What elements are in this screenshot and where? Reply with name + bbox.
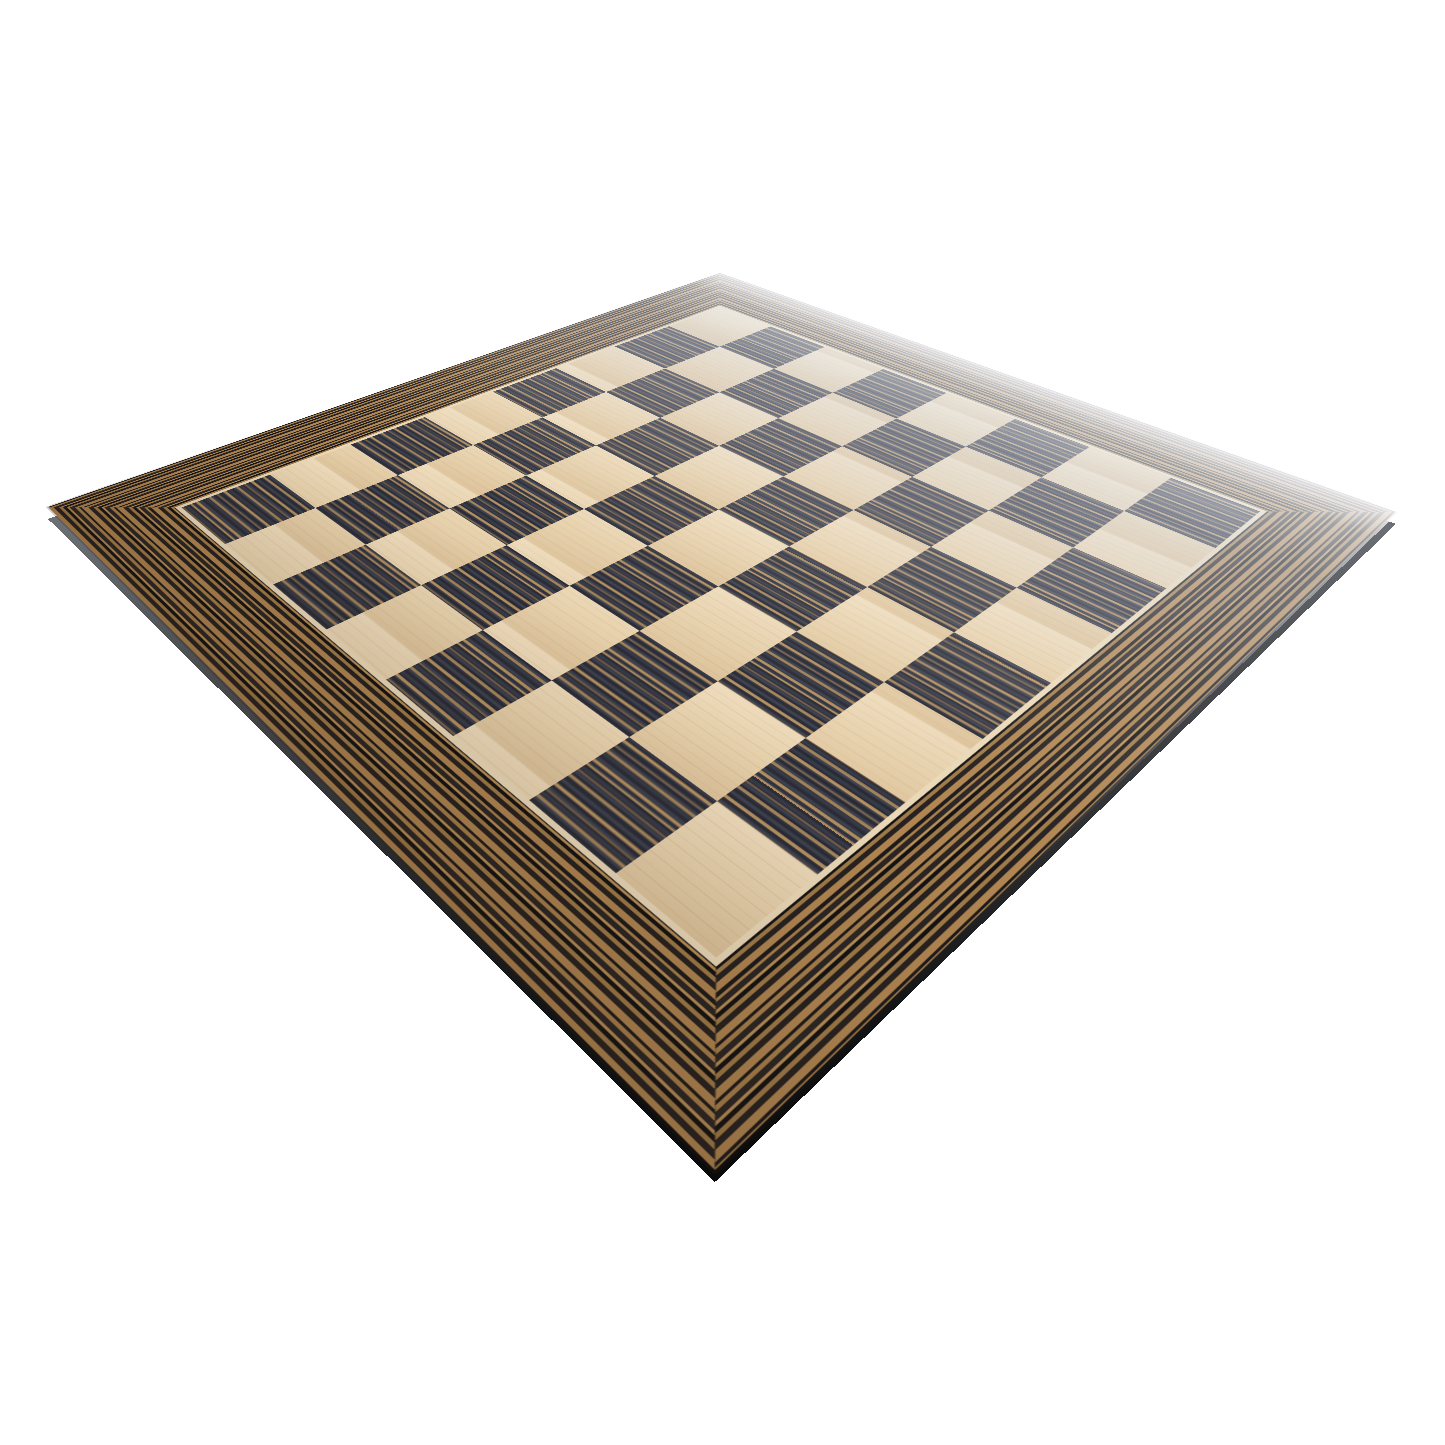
chess-board (48, 273, 1396, 1170)
product-photo (0, 0, 1445, 1445)
